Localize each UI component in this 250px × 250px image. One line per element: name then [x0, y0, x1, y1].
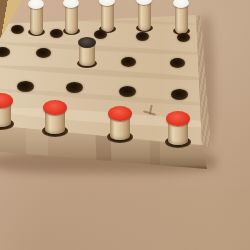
hole-r2c0[interactable] [11, 25, 24, 34]
hole-r3c3[interactable] [121, 57, 136, 67]
hole-r3c1[interactable] [36, 48, 51, 58]
peg-top-red [108, 106, 132, 121]
hole-r4c2[interactable] [66, 82, 83, 93]
hole-r2c4[interactable] [177, 33, 190, 42]
hole-r3c4[interactable] [170, 58, 185, 68]
hole-r2c1[interactable] [50, 29, 63, 38]
hole-r4c3[interactable] [119, 86, 136, 97]
peg-top-red [43, 100, 67, 115]
hole-r4c4[interactable] [171, 89, 188, 100]
peg-top-red [0, 93, 13, 108]
hole-r2c3[interactable] [136, 32, 149, 41]
hole-r2c2[interactable] [94, 30, 107, 39]
board-grid [0, 0, 250, 250]
hole-r4c1[interactable] [17, 81, 34, 92]
hole-r3c0[interactable] [0, 47, 10, 57]
pegboard-photo-scene [0, 0, 250, 250]
peg-top-red [166, 111, 190, 126]
peg-top-black [78, 37, 96, 48]
